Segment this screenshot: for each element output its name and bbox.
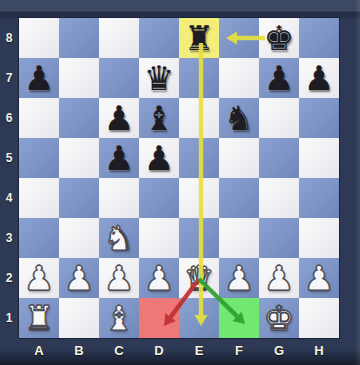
square-d8[interactable]	[139, 18, 179, 58]
square-h3[interactable]	[299, 218, 339, 258]
white-pawn[interactable]: ♟	[144, 261, 174, 295]
white-rook[interactable]: ♜	[24, 301, 54, 335]
square-h8[interactable]	[299, 18, 339, 58]
square-g6[interactable]	[259, 98, 299, 138]
square-g4[interactable]	[259, 178, 299, 218]
square-e3[interactable]	[179, 218, 219, 258]
square-a1[interactable]: ♜	[19, 298, 59, 338]
square-g5[interactable]	[259, 138, 299, 178]
square-e7[interactable]	[179, 58, 219, 98]
white-bishop[interactable]: ♝	[104, 301, 134, 335]
file-label-b: B	[59, 340, 99, 362]
square-e5[interactable]	[179, 138, 219, 178]
square-f5[interactable]	[219, 138, 259, 178]
square-c6[interactable]: ♟	[99, 98, 139, 138]
square-b7[interactable]	[59, 58, 99, 98]
black-pawn[interactable]: ♟	[24, 61, 54, 95]
square-b8[interactable]	[59, 18, 99, 58]
black-king[interactable]: ♚	[264, 21, 294, 55]
rank-label-7: 7	[0, 58, 18, 98]
square-c1[interactable]: ♝	[99, 298, 139, 338]
file-label-h: H	[299, 340, 339, 362]
file-label-e: E	[179, 340, 219, 362]
square-h4[interactable]	[299, 178, 339, 218]
square-c4[interactable]	[99, 178, 139, 218]
white-pawn[interactable]: ♟	[24, 261, 54, 295]
file-label-c: C	[99, 340, 139, 362]
file-label-g: G	[259, 340, 299, 362]
square-f3[interactable]	[219, 218, 259, 258]
square-b5[interactable]	[59, 138, 99, 178]
black-rook[interactable]: ♜	[184, 21, 214, 55]
rank-label-6: 6	[0, 98, 18, 138]
square-c3[interactable]: ♞	[99, 218, 139, 258]
square-e2[interactable]: ♛	[179, 258, 219, 298]
square-f6[interactable]: ♞	[219, 98, 259, 138]
file-label-d: D	[139, 340, 179, 362]
square-g1[interactable]: ♚	[259, 298, 299, 338]
square-e6[interactable]	[179, 98, 219, 138]
square-b6[interactable]	[59, 98, 99, 138]
square-b4[interactable]	[59, 178, 99, 218]
square-f2[interactable]: ♟	[219, 258, 259, 298]
rank-label-8: 8	[0, 18, 18, 58]
square-b1[interactable]	[59, 298, 99, 338]
white-king[interactable]: ♚	[264, 301, 294, 335]
square-a3[interactable]	[19, 218, 59, 258]
square-g3[interactable]	[259, 218, 299, 258]
square-g2[interactable]: ♟	[259, 258, 299, 298]
square-h2[interactable]: ♟	[299, 258, 339, 298]
white-pawn[interactable]: ♟	[304, 261, 334, 295]
file-label-f: F	[219, 340, 259, 362]
square-c2[interactable]: ♟	[99, 258, 139, 298]
white-queen[interactable]: ♛	[184, 261, 214, 295]
square-g7[interactable]: ♟	[259, 58, 299, 98]
square-f1[interactable]	[219, 298, 259, 338]
black-pawn[interactable]: ♟	[104, 101, 134, 135]
rank-label-1: 1	[0, 298, 18, 338]
chess-board[interactable]: ♜♚♟♛♟♟♟♝♞♟♟♞♟♟♟♟♛♟♟♟♜♝♚	[19, 18, 339, 338]
square-a2[interactable]: ♟	[19, 258, 59, 298]
square-d2[interactable]: ♟	[139, 258, 179, 298]
square-h5[interactable]	[299, 138, 339, 178]
square-h1[interactable]	[299, 298, 339, 338]
white-pawn[interactable]: ♟	[64, 261, 94, 295]
square-d1[interactable]	[139, 298, 179, 338]
rank-label-2: 2	[0, 258, 18, 298]
square-d4[interactable]	[139, 178, 179, 218]
rank-label-5: 5	[0, 138, 18, 178]
file-label-a: A	[19, 340, 59, 362]
black-pawn[interactable]: ♟	[144, 141, 174, 175]
black-bishop[interactable]: ♝	[144, 101, 174, 135]
square-f4[interactable]	[219, 178, 259, 218]
black-pawn[interactable]: ♟	[264, 61, 294, 95]
square-c5[interactable]: ♟	[99, 138, 139, 178]
square-e1[interactable]	[179, 298, 219, 338]
white-pawn[interactable]: ♟	[104, 261, 134, 295]
black-queen[interactable]: ♛	[144, 61, 174, 95]
chess-app-window: 87654321 ABCDEFGH ♜♚♟♛♟♟♟♝♞♟♟♞♟♟♟♟♛♟♟♟♜♝…	[0, 0, 360, 365]
square-e4[interactable]	[179, 178, 219, 218]
square-e8[interactable]: ♜	[179, 18, 219, 58]
square-a7[interactable]: ♟	[19, 58, 59, 98]
square-b2[interactable]: ♟	[59, 258, 99, 298]
square-d7[interactable]: ♛	[139, 58, 179, 98]
square-d6[interactable]: ♝	[139, 98, 179, 138]
white-pawn[interactable]: ♟	[264, 261, 294, 295]
square-a6[interactable]	[19, 98, 59, 138]
square-d3[interactable]	[139, 218, 179, 258]
black-pawn[interactable]: ♟	[104, 141, 134, 175]
square-c8[interactable]	[99, 18, 139, 58]
square-c7[interactable]	[99, 58, 139, 98]
square-f8[interactable]	[219, 18, 259, 58]
square-a5[interactable]	[19, 138, 59, 178]
square-a4[interactable]	[19, 178, 59, 218]
square-f7[interactable]	[219, 58, 259, 98]
square-d5[interactable]: ♟	[139, 138, 179, 178]
black-pawn[interactable]: ♟	[304, 61, 334, 95]
square-h7[interactable]: ♟	[299, 58, 339, 98]
square-b3[interactable]	[59, 218, 99, 258]
window-bevel	[355, 0, 360, 365]
rank-label-3: 3	[0, 218, 18, 258]
white-pawn[interactable]: ♟	[224, 261, 254, 295]
white-knight[interactable]: ♞	[104, 221, 134, 255]
square-h6[interactable]	[299, 98, 339, 138]
square-a8[interactable]	[19, 18, 59, 58]
square-g8[interactable]: ♚	[259, 18, 299, 58]
black-knight[interactable]: ♞	[224, 101, 254, 135]
rank-label-4: 4	[0, 178, 18, 218]
